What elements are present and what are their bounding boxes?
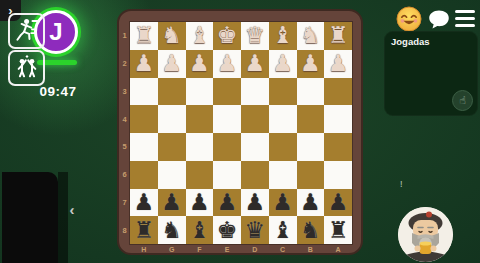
white-pawn: ♟ (245, 52, 266, 75)
square-h1[interactable]: ♜ (130, 22, 158, 50)
square-c4[interactable] (269, 105, 297, 133)
square-d5[interactable] (241, 133, 269, 161)
file-label-g: G (158, 244, 186, 254)
white-knight: ♞ (161, 24, 182, 47)
black-pawn: ♟ (300, 191, 321, 214)
square-h3[interactable] (130, 78, 158, 106)
white-rook: ♜ (134, 24, 155, 47)
chess-board: 12345678 ♜♞♝♚♛♝♞♜♟♟♟♟♟♟♟♟♟♟♟♟♟♟♟♟♜♞♝♚♛♝♞… (117, 9, 363, 255)
square-f8[interactable]: ♝ (186, 216, 214, 244)
file-label-a: A (324, 244, 352, 254)
file-label-d: D (241, 244, 269, 254)
square-d8[interactable]: ♛ (241, 216, 269, 244)
square-g4[interactable] (158, 105, 186, 133)
square-e8[interactable]: ♚ (213, 216, 241, 244)
old-man-tea-avatar (398, 207, 453, 262)
square-f4[interactable] (186, 105, 214, 133)
square-f3[interactable] (186, 78, 214, 106)
black-rook: ♜ (134, 219, 155, 242)
rank-label-3: 3 (119, 78, 130, 106)
square-d2[interactable]: ♟ (241, 50, 269, 78)
black-knight: ♞ (300, 219, 321, 242)
rank-label-8: 8 (119, 216, 130, 244)
black-queen: ♛ (245, 219, 266, 242)
square-h2[interactable]: ♟ (130, 50, 158, 78)
black-bishop: ♝ (189, 219, 210, 242)
square-c8[interactable]: ♝ (269, 216, 297, 244)
square-f6[interactable] (186, 161, 214, 189)
black-knight: ♞ (161, 219, 182, 242)
black-pawn: ♟ (217, 191, 238, 214)
square-b7[interactable]: ♟ (297, 189, 325, 217)
square-a4[interactable] (324, 105, 352, 133)
menu-bar (455, 17, 475, 20)
menu-bar (455, 24, 475, 27)
black-pawn: ♟ (328, 191, 349, 214)
square-d4[interactable] (241, 105, 269, 133)
rank-label-1: 1 (119, 22, 130, 50)
running-person-icon (12, 16, 42, 46)
board-grid: ♜♞♝♚♛♝♞♜♟♟♟♟♟♟♟♟♟♟♟♟♟♟♟♟♜♞♝♚♛♝♞♜ (130, 22, 352, 244)
square-e6[interactable] (213, 161, 241, 189)
white-knight: ♞ (300, 24, 321, 47)
square-d1[interactable]: ♛ (241, 22, 269, 50)
poke-button[interactable]: ☝ (452, 90, 473, 111)
smiley-emoji-icon (396, 6, 422, 32)
square-g3[interactable] (158, 78, 186, 106)
square-d7[interactable]: ♟ (241, 189, 269, 217)
black-pawn: ♟ (134, 191, 155, 214)
table-actions-panel (2, 172, 58, 263)
chess-game-screen: › J 09:47 12345678 ♜♞♝♚♛♝♞♜♟♟♟♟♟♟♟♟♟♟♟♟♟… (0, 0, 480, 263)
high-five-button[interactable] (8, 50, 45, 86)
player-timer: 09:47 (14, 84, 102, 99)
white-king: ♚ (217, 24, 238, 47)
black-rook: ♜ (328, 219, 349, 242)
leave-table-button[interactable] (8, 13, 45, 49)
chat-button[interactable] (427, 8, 451, 31)
black-king: ♚ (217, 219, 238, 242)
square-f2[interactable]: ♟ (186, 50, 214, 78)
square-g8[interactable]: ♞ (158, 216, 186, 244)
square-e2[interactable]: ♟ (213, 50, 241, 78)
square-h5[interactable] (130, 133, 158, 161)
rank-label-6: 6 (119, 161, 130, 189)
square-h6[interactable] (130, 161, 158, 189)
file-label-h: H (130, 244, 158, 254)
square-g5[interactable] (158, 133, 186, 161)
square-a8[interactable]: ♜ (324, 216, 352, 244)
white-pawn: ♟ (134, 52, 155, 75)
black-pawn: ♟ (272, 191, 293, 214)
sidebar-collapse-button[interactable]: ‹ (64, 200, 80, 220)
moves-panel: Jogadas ☝ (384, 31, 478, 116)
rank-labels: 12345678 (119, 22, 130, 244)
square-h7[interactable]: ♟ (130, 189, 158, 217)
square-f7[interactable]: ♟ (186, 189, 214, 217)
white-rook: ♜ (328, 24, 349, 47)
square-c7[interactable]: ♟ (269, 189, 297, 217)
white-pawn: ♟ (189, 52, 210, 75)
square-c3[interactable] (269, 78, 297, 106)
high-five-icon (12, 53, 42, 83)
square-b2[interactable]: ♟ (297, 50, 325, 78)
file-label-e: E (213, 244, 241, 254)
square-b8[interactable]: ♞ (297, 216, 325, 244)
rank-label-5: 5 (119, 133, 130, 161)
black-pawn: ♟ (189, 191, 210, 214)
square-b5[interactable] (297, 133, 325, 161)
square-a2[interactable]: ♟ (324, 50, 352, 78)
square-g7[interactable]: ♟ (158, 189, 186, 217)
file-label-f: F (186, 244, 214, 254)
square-e7[interactable]: ♟ (213, 189, 241, 217)
white-pawn: ♟ (161, 52, 182, 75)
square-c5[interactable] (269, 133, 297, 161)
square-c2[interactable]: ♟ (269, 50, 297, 78)
square-a5[interactable] (324, 133, 352, 161)
square-b1[interactable]: ♞ (297, 22, 325, 50)
square-h8[interactable]: ♜ (130, 216, 158, 244)
moves-panel-title: Jogadas (384, 31, 478, 47)
square-e4[interactable] (213, 105, 241, 133)
square-d6[interactable] (241, 161, 269, 189)
square-e1[interactable]: ♚ (213, 22, 241, 50)
white-pawn: ♟ (300, 52, 321, 75)
black-bishop: ♝ (272, 219, 293, 242)
square-a1[interactable]: ♜ (324, 22, 352, 50)
chevron-left-icon: ‹ (70, 201, 75, 218)
square-a3[interactable] (324, 78, 352, 106)
white-bishop: ♝ (272, 24, 293, 47)
hamburger-menu-button[interactable] (455, 10, 475, 27)
glitch-mark: ! (400, 179, 403, 189)
square-c6[interactable] (269, 161, 297, 189)
black-pawn: ♟ (245, 191, 266, 214)
file-labels: HGFEDCBA (130, 244, 352, 254)
rank-label-4: 4 (119, 105, 130, 133)
menu-bar (455, 10, 475, 13)
square-c1[interactable]: ♝ (269, 22, 297, 50)
white-queen: ♛ (245, 24, 266, 47)
square-g6[interactable] (158, 161, 186, 189)
emoji-button[interactable] (396, 6, 422, 32)
chat-bubble-icon (427, 8, 451, 31)
square-f5[interactable] (186, 133, 214, 161)
square-g1[interactable]: ♞ (158, 22, 186, 50)
square-h4[interactable] (130, 105, 158, 133)
white-pawn: ♟ (272, 52, 293, 75)
player-initial: J (49, 20, 62, 44)
square-f1[interactable]: ♝ (186, 22, 214, 50)
square-e5[interactable] (213, 133, 241, 161)
square-b6[interactable] (297, 161, 325, 189)
square-a6[interactable] (324, 161, 352, 189)
square-d3[interactable] (241, 78, 269, 106)
square-e3[interactable] (213, 78, 241, 106)
square-b3[interactable] (297, 78, 325, 106)
file-label-b: B (297, 244, 325, 254)
black-pawn: ♟ (161, 191, 182, 214)
square-b4[interactable] (297, 105, 325, 133)
file-label-c: C (269, 244, 297, 254)
rank-label-2: 2 (119, 50, 130, 78)
square-a7[interactable]: ♟ (324, 189, 352, 217)
pointing-hand-icon: ☝ (459, 94, 466, 107)
square-g2[interactable]: ♟ (158, 50, 186, 78)
white-pawn: ♟ (328, 52, 349, 75)
white-pawn: ♟ (217, 52, 238, 75)
white-bishop: ♝ (189, 24, 210, 47)
opponent-avatar[interactable] (398, 207, 453, 262)
rank-label-7: 7 (119, 189, 130, 217)
